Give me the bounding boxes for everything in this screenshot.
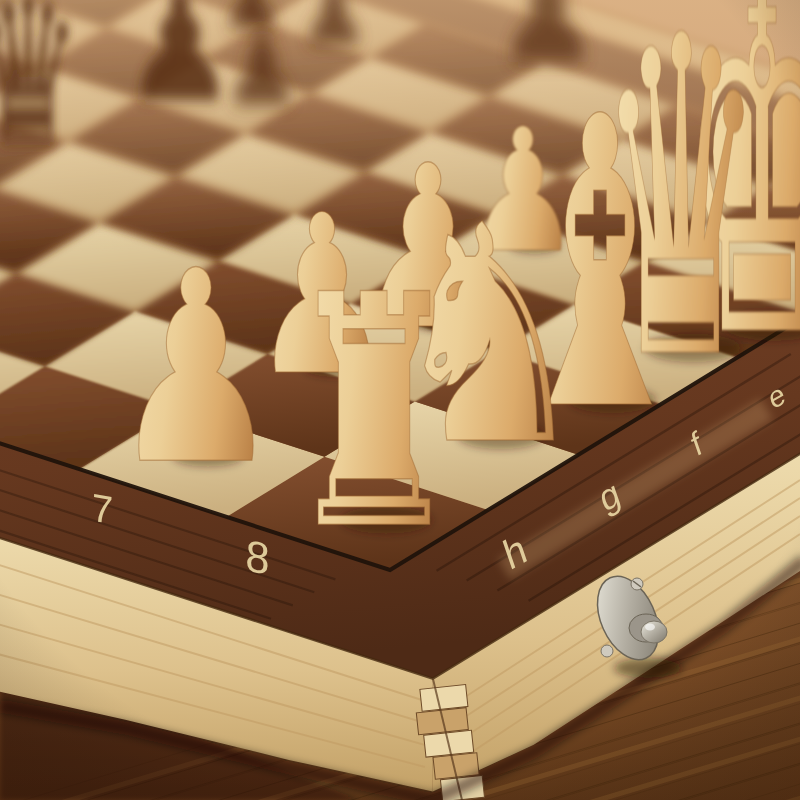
vignette <box>0 0 800 800</box>
wooden-chess-set-photo: hgfe87♛♟♟♟♟♟♚♛♟♝♟♞♟♟♜ <box>0 0 800 800</box>
board-scene: hgfe87♛♟♟♟♟♟♚♛♟♝♟♞♟♟♜ <box>0 0 800 800</box>
